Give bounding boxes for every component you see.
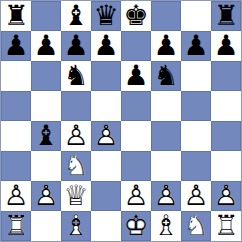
knight-outline-glyph: ♘ (61, 151, 91, 181)
piece-white-pawn[interactable]: ♟♙ (121, 181, 151, 211)
piece-white-pawn[interactable]: ♟♙ (61, 121, 91, 151)
square-d1[interactable] (91, 211, 121, 241)
king-outline-glyph: ♔ (121, 211, 151, 241)
square-b3[interactable] (31, 151, 61, 181)
piece-black-queen[interactable]: ♛ (91, 1, 121, 31)
square-d6[interactable] (91, 61, 121, 91)
piece-white-pawn[interactable]: ♟♙ (31, 181, 61, 211)
piece-black-pawn[interactable]: ♟ (181, 31, 211, 61)
square-g1[interactable]: ♞♘ (181, 211, 211, 241)
pawn-glyph: ♟ (91, 31, 121, 61)
piece-black-pawn[interactable]: ♟ (61, 31, 91, 61)
pawn-glyph: ♟ (1, 31, 31, 61)
bishop-glyph: ♝ (61, 1, 91, 31)
piece-black-king[interactable]: ♚ (121, 1, 151, 31)
square-f6[interactable]: ♞ (151, 61, 181, 91)
square-d3[interactable] (91, 151, 121, 181)
square-a6[interactable] (1, 61, 31, 91)
pawn-glyph: ♟ (151, 31, 181, 61)
square-g7[interactable]: ♟ (181, 31, 211, 61)
square-a1[interactable]: ♜♖ (1, 211, 31, 241)
king-glyph: ♚ (121, 1, 151, 31)
square-e8[interactable]: ♚ (121, 1, 151, 31)
square-e3[interactable] (121, 151, 151, 181)
piece-white-knight[interactable]: ♞♘ (181, 211, 211, 241)
square-d4[interactable]: ♟♙ (91, 121, 121, 151)
piece-black-rook[interactable]: ♜ (1, 1, 31, 31)
knight-glyph: ♞ (61, 61, 91, 91)
pawn-outline-glyph: ♙ (211, 181, 241, 211)
piece-white-pawn[interactable]: ♟♙ (181, 181, 211, 211)
pawn-glyph: ♟ (121, 61, 151, 91)
square-f4[interactable] (151, 121, 181, 151)
pawn-outline-glyph: ♙ (1, 181, 31, 211)
square-h1[interactable]: ♜♖ (211, 211, 241, 241)
square-e7[interactable] (121, 31, 151, 61)
square-a5[interactable] (1, 91, 31, 121)
square-f5[interactable] (151, 91, 181, 121)
square-c2[interactable]: ♛♕ (61, 181, 91, 211)
pawn-glyph: ♟ (211, 31, 241, 61)
square-g3[interactable] (181, 151, 211, 181)
square-c5[interactable] (61, 91, 91, 121)
piece-black-knight[interactable]: ♞ (151, 61, 181, 91)
rook-glyph: ♜ (211, 1, 241, 31)
pawn-glyph: ♟ (31, 31, 61, 61)
piece-white-king[interactable]: ♚♔ (121, 211, 151, 241)
pawn-outline-glyph: ♙ (61, 121, 91, 151)
piece-white-pawn[interactable]: ♟♙ (1, 181, 31, 211)
square-d8[interactable]: ♛ (91, 1, 121, 31)
square-a7[interactable]: ♟ (1, 31, 31, 61)
piece-white-queen[interactable]: ♛♕ (61, 181, 91, 211)
square-a3[interactable] (1, 151, 31, 181)
square-g4[interactable] (181, 121, 211, 151)
pawn-outline-glyph: ♙ (121, 181, 151, 211)
piece-white-bishop[interactable]: ♝♗ (61, 211, 91, 241)
square-a8[interactable]: ♜ (1, 1, 31, 31)
square-h6[interactable] (211, 61, 241, 91)
square-b4[interactable]: ♝ (31, 121, 61, 151)
piece-black-pawn[interactable]: ♟ (91, 31, 121, 61)
square-f2[interactable]: ♟♙ (151, 181, 181, 211)
square-d5[interactable] (91, 91, 121, 121)
square-g5[interactable] (181, 91, 211, 121)
square-c7[interactable]: ♟ (61, 31, 91, 61)
piece-white-pawn[interactable]: ♟♙ (151, 181, 181, 211)
square-d7[interactable]: ♟ (91, 31, 121, 61)
piece-white-rook[interactable]: ♜♖ (211, 211, 241, 241)
rook-glyph: ♜ (1, 1, 31, 31)
square-g6[interactable] (181, 61, 211, 91)
square-c4[interactable]: ♟♙ (61, 121, 91, 151)
square-e2[interactable]: ♟♙ (121, 181, 151, 211)
square-b7[interactable]: ♟ (31, 31, 61, 61)
piece-white-bishop[interactable]: ♝♗ (151, 211, 181, 241)
chess-board: ♜♝♛♚♜♟♟♟♟♟♟♟♞♟♞♝♟♙♟♙♞♘♟♙♟♙♛♕♟♙♟♙♟♙♟♙♜♖♝♗… (0, 0, 242, 242)
piece-white-rook[interactable]: ♜♖ (1, 211, 31, 241)
piece-black-rook[interactable]: ♜ (211, 1, 241, 31)
square-b5[interactable] (31, 91, 61, 121)
square-a2[interactable]: ♟♙ (1, 181, 31, 211)
square-c3[interactable]: ♞♘ (61, 151, 91, 181)
piece-black-knight[interactable]: ♞ (61, 61, 91, 91)
square-f1[interactable]: ♝♗ (151, 211, 181, 241)
piece-black-pawn[interactable]: ♟ (211, 31, 241, 61)
bishop-outline-glyph: ♗ (61, 211, 91, 241)
square-e6[interactable]: ♟ (121, 61, 151, 91)
square-b2[interactable]: ♟♙ (31, 181, 61, 211)
pawn-outline-glyph: ♙ (181, 181, 211, 211)
square-h8[interactable]: ♜ (211, 1, 241, 31)
square-e1[interactable]: ♚♔ (121, 211, 151, 241)
square-e4[interactable] (121, 121, 151, 151)
square-b1[interactable] (31, 211, 61, 241)
square-f8[interactable] (151, 1, 181, 31)
square-h2[interactable]: ♟♙ (211, 181, 241, 211)
square-c8[interactable]: ♝ (61, 1, 91, 31)
square-d2[interactable] (91, 181, 121, 211)
bishop-outline-glyph: ♗ (151, 211, 181, 241)
pawn-outline-glyph: ♙ (151, 181, 181, 211)
queen-outline-glyph: ♕ (61, 181, 91, 211)
piece-black-pawn[interactable]: ♟ (1, 31, 31, 61)
piece-black-pawn[interactable]: ♟ (31, 31, 61, 61)
square-b8[interactable] (31, 1, 61, 31)
pawn-glyph: ♟ (61, 31, 91, 61)
piece-white-pawn[interactable]: ♟♙ (91, 121, 121, 151)
piece-black-pawn[interactable]: ♟ (151, 31, 181, 61)
square-h4[interactable] (211, 121, 241, 151)
knight-outline-glyph: ♘ (181, 211, 211, 241)
square-h3[interactable] (211, 151, 241, 181)
piece-white-knight[interactable]: ♞♘ (61, 151, 91, 181)
bishop-glyph: ♝ (31, 121, 61, 151)
pawn-glyph: ♟ (181, 31, 211, 61)
queen-glyph: ♛ (91, 1, 121, 31)
square-c1[interactable]: ♝♗ (61, 211, 91, 241)
square-f7[interactable]: ♟ (151, 31, 181, 61)
square-g8[interactable] (181, 1, 211, 31)
square-e5[interactable] (121, 91, 151, 121)
square-a4[interactable] (1, 121, 31, 151)
piece-white-pawn[interactable]: ♟♙ (211, 181, 241, 211)
rook-outline-glyph: ♖ (1, 211, 31, 241)
square-g2[interactable]: ♟♙ (181, 181, 211, 211)
rook-outline-glyph: ♖ (211, 211, 241, 241)
pawn-outline-glyph: ♙ (31, 181, 61, 211)
knight-glyph: ♞ (151, 61, 181, 91)
piece-black-bishop[interactable]: ♝ (31, 121, 61, 151)
piece-black-pawn[interactable]: ♟ (121, 61, 151, 91)
piece-black-bishop[interactable]: ♝ (61, 1, 91, 31)
square-c6[interactable]: ♞ (61, 61, 91, 91)
square-h7[interactable]: ♟ (211, 31, 241, 61)
square-b6[interactable] (31, 61, 61, 91)
square-f3[interactable] (151, 151, 181, 181)
pawn-outline-glyph: ♙ (91, 121, 121, 151)
square-h5[interactable] (211, 91, 241, 121)
